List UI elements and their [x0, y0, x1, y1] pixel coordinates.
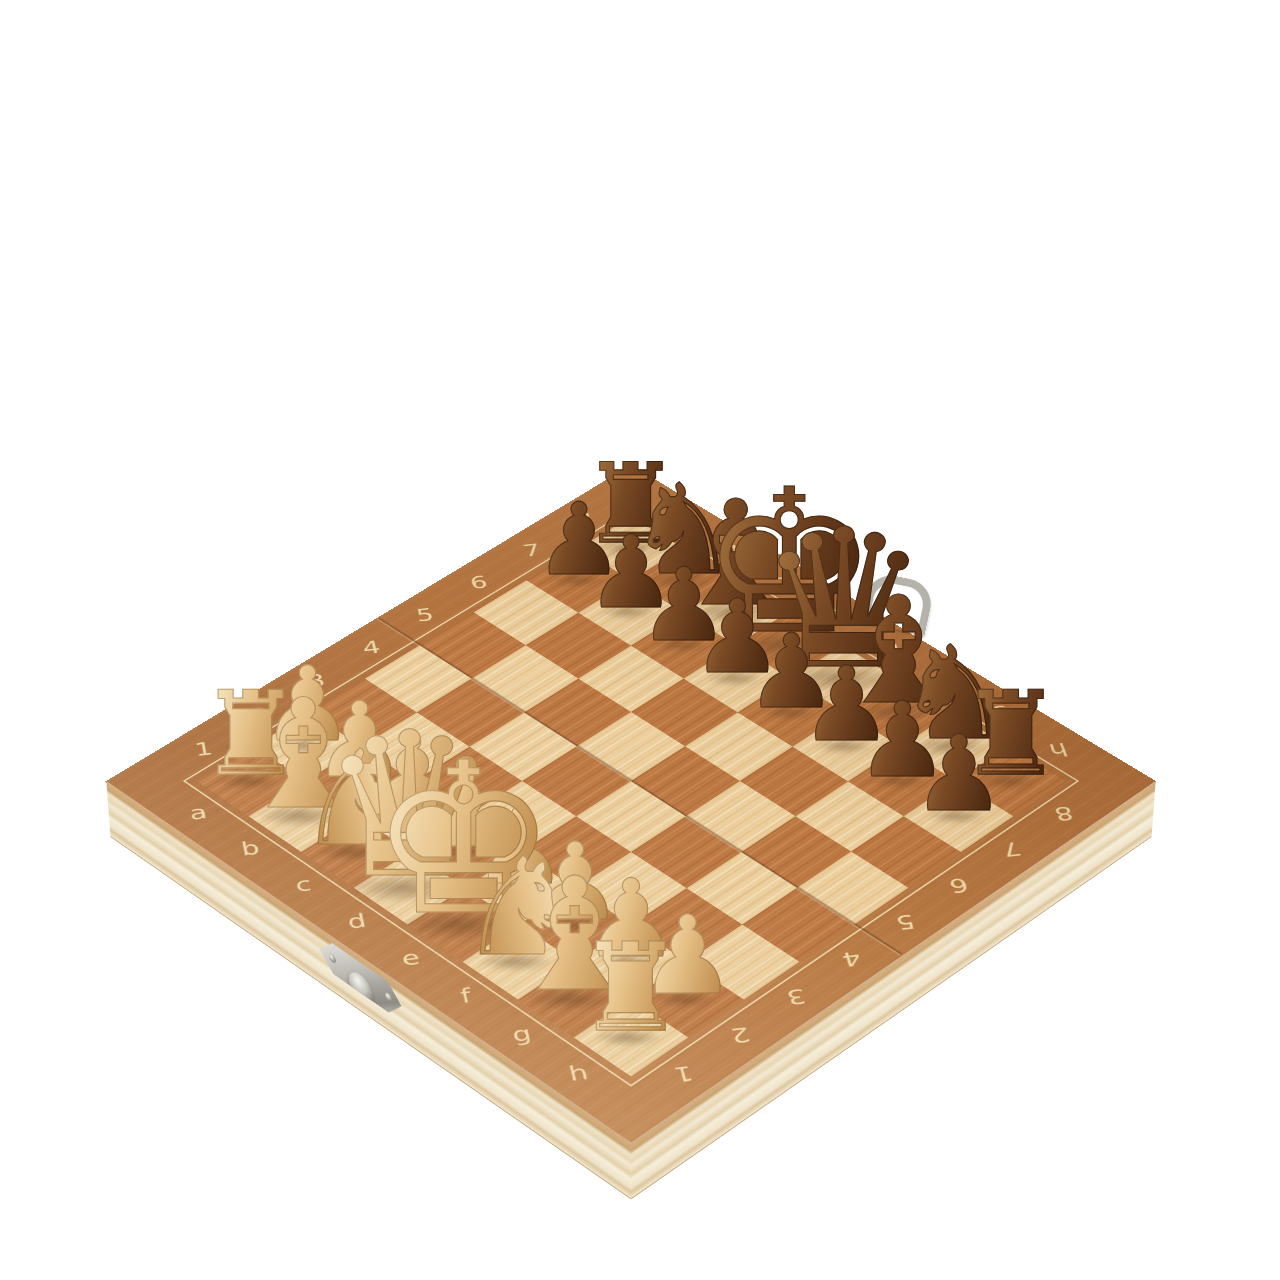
- white-rook-glyph: ♜: [576, 937, 685, 1041]
- piece-black-pawn-h7[interactable]: ♟: [912, 730, 1006, 819]
- black-pawn-glyph: ♟: [912, 730, 1006, 819]
- piece-white-rook-h1[interactable]: ♜: [576, 937, 685, 1041]
- pieces-layer: ♜♞♝♚♛♝♞♜♟♟♟♟♟♟♟♟♟♟♟♟♟♟♟♟♜♝♞♛♚♞♝♜: [0, 0, 1280, 1280]
